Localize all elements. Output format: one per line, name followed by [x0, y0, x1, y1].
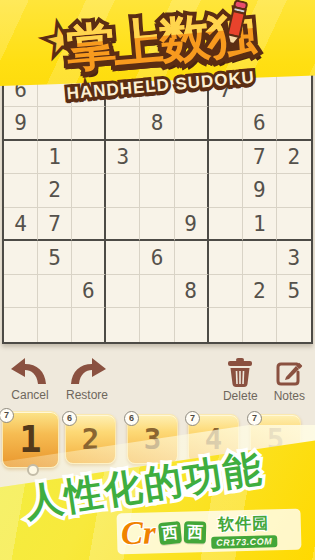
cell-r5c7[interactable]: [209, 174, 243, 208]
cell-r4c2[interactable]: 1: [38, 141, 72, 175]
cell-r1c9[interactable]: [277, 40, 311, 74]
notes-label: Notes: [274, 389, 305, 403]
cell-r4c7[interactable]: [209, 141, 243, 175]
cell-r9c4[interactable]: [106, 308, 140, 342]
cell-r7c5[interactable]: 6: [140, 241, 174, 275]
site-name-box-1: 西: [158, 521, 182, 545]
tile-4-count-badge: 7: [185, 411, 200, 426]
cell-r2c5[interactable]: [140, 74, 174, 108]
pencil-square-icon: [275, 358, 303, 387]
site-name-column: 软件园 CR173.COM: [210, 513, 277, 549]
tile-2-digit: 2: [82, 422, 99, 456]
restore-label: Restore: [66, 388, 108, 402]
cell-r2c1[interactable]: 6: [4, 74, 38, 108]
cell-r5c4[interactable]: [106, 174, 140, 208]
cell-r5c9[interactable]: [277, 174, 311, 208]
cell-r3c1[interactable]: 9: [4, 107, 38, 141]
cell-r8c7[interactable]: [209, 275, 243, 309]
cell-r2c7[interactable]: 7: [209, 74, 243, 108]
tile-3-digit: 3: [144, 422, 161, 456]
cell-r1c4[interactable]: [106, 40, 140, 74]
cell-r3c3[interactable]: [72, 107, 106, 141]
cell-r5c1[interactable]: [4, 174, 38, 208]
cell-r7c1[interactable]: [4, 241, 38, 275]
delete-label: Delete: [223, 389, 258, 403]
cell-r9c1[interactable]: [4, 308, 38, 342]
app-screen: 6798613722947915636825 ★ 掌上数独 掌上数独 掌上数独 …: [0, 0, 315, 560]
cancel-label: Cancel: [11, 388, 48, 402]
cell-r2c3[interactable]: [72, 74, 106, 108]
sudoku-board: 6798613722947915636825: [2, 38, 313, 344]
number-tile-1[interactable]: 7 1: [2, 411, 59, 468]
cell-r2c2[interactable]: [38, 74, 72, 108]
site-name-box-2: 西: [184, 521, 207, 544]
cell-r8c8[interactable]: 2: [243, 275, 277, 309]
cell-r1c2[interactable]: [38, 40, 72, 74]
cell-r2c6[interactable]: [175, 74, 209, 108]
cell-r4c3[interactable]: [72, 141, 106, 175]
cell-r5c2[interactable]: 2: [38, 174, 72, 208]
notes-button[interactable]: Notes: [274, 358, 305, 403]
tile-1-count-badge: 7: [0, 408, 14, 423]
cell-r3c6[interactable]: [175, 107, 209, 141]
cell-r3c8[interactable]: 6: [243, 107, 277, 141]
cell-r9c6[interactable]: [175, 308, 209, 342]
cell-r4c9[interactable]: 2: [277, 141, 311, 175]
tile-3-count-badge: 6: [124, 411, 139, 426]
cell-r6c6[interactable]: 9: [175, 208, 209, 242]
cell-r1c7[interactable]: [209, 40, 243, 74]
delete-button[interactable]: Delete: [223, 358, 258, 403]
cell-r9c3[interactable]: [72, 308, 106, 342]
cell-r9c5[interactable]: [140, 308, 174, 342]
cell-r7c3[interactable]: [72, 241, 106, 275]
cell-r1c3[interactable]: [72, 40, 106, 74]
cell-r4c1[interactable]: [4, 141, 38, 175]
cell-r4c6[interactable]: [175, 141, 209, 175]
cell-r9c9[interactable]: [277, 308, 311, 342]
cell-r8c5[interactable]: [140, 275, 174, 309]
undo-arrow-icon: [10, 358, 50, 386]
hidden-tile-badge: [27, 464, 39, 476]
cell-r3c5[interactable]: 8: [140, 107, 174, 141]
cell-r7c6[interactable]: [175, 241, 209, 275]
cell-r7c7[interactable]: [209, 241, 243, 275]
cr173-logo: Cr: [121, 516, 157, 550]
toolbar: Cancel Restore Delete: [0, 352, 315, 410]
cell-r5c8[interactable]: 9: [243, 174, 277, 208]
cell-r3c2[interactable]: [38, 107, 72, 141]
cell-r6c2[interactable]: 7: [38, 208, 72, 242]
cell-r7c8[interactable]: [243, 241, 277, 275]
cell-r7c4[interactable]: [106, 241, 140, 275]
cell-r6c9[interactable]: [277, 208, 311, 242]
watermark: Cr 西 西 软件园 CR173.COM: [116, 509, 301, 555]
cell-r1c8[interactable]: [243, 40, 277, 74]
number-tile-2[interactable]: 6 2: [65, 414, 116, 464]
cell-r2c4[interactable]: [106, 74, 140, 108]
cell-r4c8[interactable]: 7: [243, 141, 277, 175]
cell-r7c2[interactable]: 5: [38, 241, 72, 275]
tile-2-count-badge: 6: [62, 411, 77, 426]
cell-r8c9[interactable]: 5: [277, 275, 311, 309]
site-suffix: 软件园: [218, 513, 270, 535]
restore-button[interactable]: Restore: [66, 358, 108, 402]
cell-r8c6[interactable]: 8: [175, 275, 209, 309]
cell-r5c6[interactable]: [175, 174, 209, 208]
cell-r1c5[interactable]: [140, 40, 174, 74]
cell-r7c9[interactable]: 3: [277, 241, 311, 275]
cell-r6c3[interactable]: [72, 208, 106, 242]
tile-1-digit: 1: [19, 418, 41, 461]
cell-r4c5[interactable]: [140, 141, 174, 175]
cell-r8c4[interactable]: [106, 275, 140, 309]
cell-r2c9[interactable]: [277, 74, 311, 108]
cell-r4c4[interactable]: 3: [106, 141, 140, 175]
site-url: CR173.COM: [211, 535, 277, 549]
cell-r8c3[interactable]: 6: [72, 275, 106, 309]
redo-arrow-icon: [67, 358, 107, 386]
cell-r5c3[interactable]: [72, 174, 106, 208]
cell-r1c1[interactable]: [4, 40, 38, 74]
cell-r6c8[interactable]: 1: [243, 208, 277, 242]
cell-r8c2[interactable]: [38, 275, 72, 309]
cancel-button[interactable]: Cancel: [10, 358, 50, 402]
cell-r8c1[interactable]: [4, 275, 38, 309]
tile-5-count-badge: 7: [247, 411, 262, 426]
cell-r5c5[interactable]: [140, 174, 174, 208]
cell-r6c5[interactable]: [140, 208, 174, 242]
cell-r3c4[interactable]: [106, 107, 140, 141]
cell-r9c2[interactable]: [38, 308, 72, 342]
cell-r9c7[interactable]: [209, 308, 243, 342]
cell-r6c7[interactable]: [209, 208, 243, 242]
cell-r3c7[interactable]: [209, 107, 243, 141]
cell-r3c9[interactable]: [277, 107, 311, 141]
cell-r2c8[interactable]: [243, 74, 277, 108]
cell-r6c4[interactable]: [106, 208, 140, 242]
trash-icon: [227, 358, 253, 387]
cell-r1c6[interactable]: [175, 40, 209, 74]
cell-r9c8[interactable]: [243, 308, 277, 342]
cell-r6c1[interactable]: 4: [4, 208, 38, 242]
